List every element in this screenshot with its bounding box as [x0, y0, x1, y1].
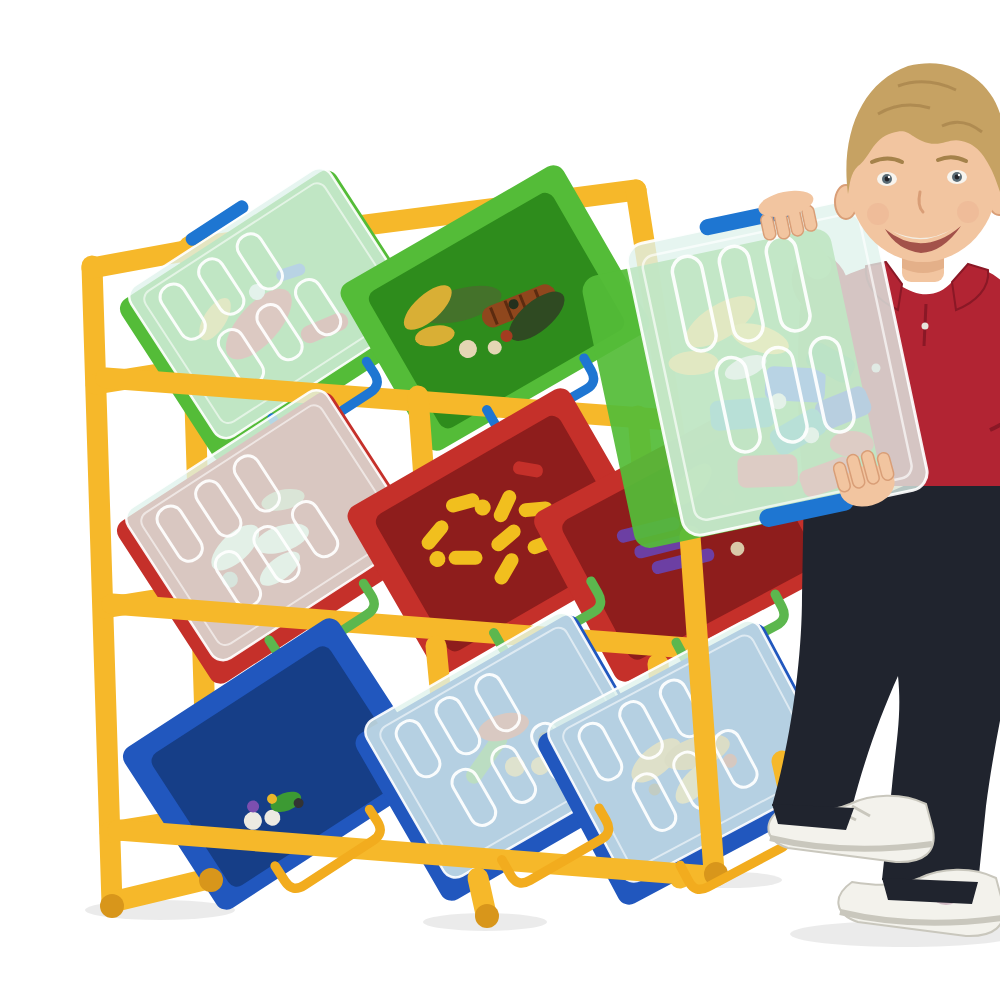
child-pant-cuff-right — [882, 878, 978, 904]
child-cheek-left — [867, 203, 889, 225]
rack-left-rung-5 — [112, 878, 212, 902]
rack-left-outer-post — [92, 266, 112, 904]
scene-canvas — [40, 16, 1000, 1000]
child-button — [922, 323, 929, 330]
product-photo — [40, 16, 1000, 1000]
child-cheek-right — [957, 201, 979, 223]
child-eye-right — [947, 170, 967, 184]
child-eye-left — [877, 172, 897, 186]
